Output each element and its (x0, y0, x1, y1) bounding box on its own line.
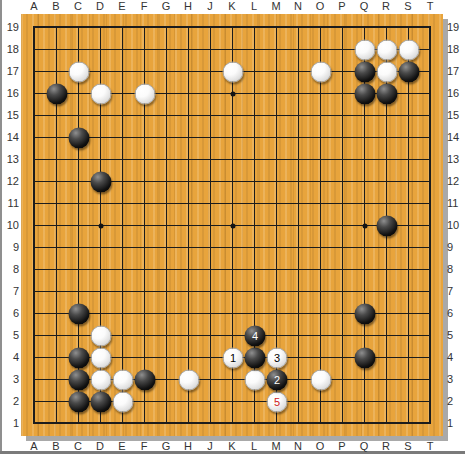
coord-left-19: 19 (2, 21, 19, 33)
coord-top-A: A (30, 0, 37, 13)
stone-black-C2[interactable] (69, 392, 90, 413)
coord-bottom-A: A (30, 440, 37, 453)
coord-right-2: 2 (447, 395, 465, 407)
coord-bottom-R: R (382, 440, 390, 453)
coord-bottom-D: D (96, 440, 104, 453)
coord-left-11: 11 (2, 197, 19, 209)
coord-left-16: 16 (2, 87, 19, 99)
stone-white-M2[interactable]: 5 (267, 392, 288, 413)
coord-top-O: O (316, 0, 325, 13)
stone-black-R16[interactable] (377, 84, 398, 105)
stone-black-C6[interactable] (69, 304, 90, 325)
coord-bottom-B: B (52, 440, 59, 453)
stone-black-B16[interactable] (47, 84, 68, 105)
coord-top-B: B (52, 0, 59, 13)
stone-black-D12[interactable] (91, 172, 112, 193)
coord-left-4: 4 (2, 351, 19, 363)
coord-right-14: 14 (447, 131, 465, 143)
star-point-K16 (231, 92, 236, 97)
stone-black-C4[interactable] (69, 348, 90, 369)
coord-left-13: 13 (2, 153, 19, 165)
go-board[interactable]: 13542 (21, 14, 443, 436)
stone-white-F16[interactable] (135, 84, 156, 105)
coord-right-11: 11 (447, 197, 465, 209)
stone-black-S17[interactable] (399, 62, 420, 83)
stone-black-C14[interactable] (69, 128, 90, 149)
coord-right-3: 3 (447, 373, 465, 385)
coord-right-5: 5 (447, 329, 465, 341)
coord-bottom-G: G (162, 440, 171, 453)
stone-white-O17[interactable] (311, 62, 332, 83)
coord-right-10: 10 (447, 219, 465, 231)
coord-left-17: 17 (2, 65, 19, 77)
stone-black-F3[interactable] (135, 370, 156, 391)
coord-left-6: 6 (2, 307, 19, 319)
coord-top-C: C (74, 0, 82, 13)
coord-right-12: 12 (447, 175, 465, 187)
stone-white-R18[interactable] (377, 40, 398, 61)
stone-white-H3[interactable] (179, 370, 200, 391)
stone-black-C3[interactable] (69, 370, 90, 391)
coord-bottom-J: J (207, 440, 213, 453)
coord-bottom-P: P (338, 440, 345, 453)
stone-black-M3[interactable]: 2 (267, 370, 288, 391)
coord-bottom-E: E (118, 440, 125, 453)
coord-right-1: 1 (447, 417, 465, 429)
coord-left-3: 3 (2, 373, 19, 385)
coord-bottom-S: S (404, 440, 411, 453)
coord-bottom-Q: Q (360, 440, 369, 453)
coord-top-S: S (404, 0, 411, 13)
stone-white-Q18[interactable] (355, 40, 376, 61)
stone-black-D2[interactable] (91, 392, 112, 413)
coord-right-17: 17 (447, 65, 465, 77)
coord-top-D: D (96, 0, 104, 13)
stone-black-R10[interactable] (377, 216, 398, 237)
coord-bottom-T: T (427, 440, 434, 453)
coord-bottom-M: M (271, 440, 280, 453)
coord-right-15: 15 (447, 109, 465, 121)
stone-white-D5[interactable] (91, 326, 112, 347)
coord-top-T: T (427, 0, 434, 13)
stone-white-M4[interactable]: 3 (267, 348, 288, 369)
coord-top-M: M (271, 0, 280, 13)
stone-white-C17[interactable] (69, 62, 90, 83)
star-point-Q10 (363, 224, 368, 229)
coord-right-16: 16 (447, 87, 465, 99)
stone-white-D16[interactable] (91, 84, 112, 105)
coord-left-18: 18 (2, 43, 19, 55)
move-number-2: 2 (274, 375, 280, 386)
move-number-3: 3 (274, 353, 280, 364)
stone-white-D4[interactable] (91, 348, 112, 369)
coord-top-J: J (207, 0, 213, 13)
coord-left-8: 8 (2, 263, 19, 275)
stone-black-L4[interactable] (245, 348, 266, 369)
coord-top-Q: Q (360, 0, 369, 13)
stone-white-K4[interactable]: 1 (223, 348, 244, 369)
stone-white-E2[interactable] (113, 392, 134, 413)
stone-black-Q16[interactable] (355, 84, 376, 105)
stone-white-O3[interactable] (311, 370, 332, 391)
coord-left-2: 2 (2, 395, 19, 407)
coord-right-18: 18 (447, 43, 465, 55)
stone-black-Q17[interactable] (355, 62, 376, 83)
coord-top-K: K (228, 0, 235, 13)
move-number-5: 5 (274, 397, 280, 408)
coord-top-E: E (118, 0, 125, 13)
coord-top-H: H (184, 0, 192, 13)
coord-left-9: 9 (2, 241, 19, 253)
coord-left-12: 12 (2, 175, 19, 187)
stone-black-Q4[interactable] (355, 348, 376, 369)
coord-top-R: R (382, 0, 390, 13)
stone-black-L5[interactable]: 4 (245, 326, 266, 347)
coord-right-13: 13 (447, 153, 465, 165)
coord-bottom-O: O (316, 440, 325, 453)
coord-bottom-F: F (141, 440, 148, 453)
coord-bottom-H: H (184, 440, 192, 453)
coord-top-N: N (294, 0, 302, 13)
coord-right-8: 8 (447, 263, 465, 275)
coord-top-F: F (141, 0, 148, 13)
star-point-K10 (231, 224, 236, 229)
coord-left-10: 10 (2, 219, 19, 231)
coord-right-9: 9 (447, 241, 465, 253)
coord-bottom-N: N (294, 440, 302, 453)
coord-left-15: 15 (2, 109, 19, 121)
coord-left-5: 5 (2, 329, 19, 341)
stone-white-R17[interactable] (377, 62, 398, 83)
coord-bottom-K: K (228, 440, 235, 453)
coord-right-6: 6 (447, 307, 465, 319)
stone-white-D3[interactable] (91, 370, 112, 391)
coord-top-L: L (251, 0, 257, 13)
move-number-1: 1 (230, 353, 236, 364)
stone-white-K17[interactable] (223, 62, 244, 83)
coord-right-7: 7 (447, 285, 465, 297)
coord-top-G: G (162, 0, 171, 13)
stone-white-E3[interactable] (113, 370, 134, 391)
coord-left-7: 7 (2, 285, 19, 297)
stone-white-S18[interactable] (399, 40, 420, 61)
coord-bottom-C: C (74, 440, 82, 453)
coord-right-19: 19 (447, 21, 465, 33)
move-number-4: 4 (252, 331, 258, 342)
coord-left-14: 14 (2, 131, 19, 143)
coord-left-1: 1 (2, 417, 19, 429)
coord-right-4: 4 (447, 351, 465, 363)
star-point-D10 (99, 224, 104, 229)
coord-top-P: P (338, 0, 345, 13)
stone-black-Q6[interactable] (355, 304, 376, 325)
coord-bottom-L: L (251, 440, 257, 453)
stone-white-L3[interactable] (245, 370, 266, 391)
